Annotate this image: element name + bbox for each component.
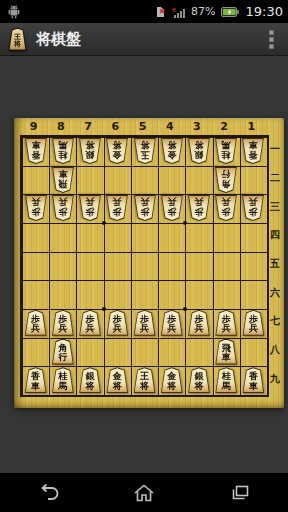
piece-gote-53[interactable]: 歩兵 bbox=[133, 195, 157, 221]
file-label-5: 5 bbox=[129, 119, 156, 134]
piece-gote-71[interactable]: 銀将 bbox=[78, 138, 102, 164]
piece-sente-77[interactable]: 歩兵 bbox=[78, 310, 102, 336]
shogi-board: 987654321 一二三四五六七八九 香車桂馬銀将金将玉将金将銀将桂馬香車飛車… bbox=[14, 118, 284, 408]
piece-sente-99[interactable]: 香車 bbox=[24, 367, 48, 393]
rank-label-7: 七 bbox=[267, 307, 283, 336]
piece-sente-97[interactable]: 歩兵 bbox=[24, 310, 48, 336]
piece-sente-37[interactable]: 歩兵 bbox=[187, 310, 211, 336]
star-point bbox=[183, 221, 187, 225]
file-label-4: 4 bbox=[156, 119, 183, 134]
rank-label-3: 三 bbox=[267, 192, 283, 221]
piece-gote-11[interactable]: 香車 bbox=[241, 138, 265, 164]
piece-sente-59[interactable]: 王将 bbox=[133, 367, 157, 393]
piece-sente-28[interactable]: 飛車 bbox=[214, 339, 238, 365]
piece-gote-51[interactable]: 玉将 bbox=[133, 138, 157, 164]
piece-gote-93[interactable]: 歩兵 bbox=[24, 195, 48, 221]
signal-strength-icon bbox=[171, 5, 186, 19]
status-clock: 19:30 bbox=[246, 4, 283, 19]
rank-label-9: 九 bbox=[267, 364, 283, 393]
file-label-6: 6 bbox=[102, 119, 129, 134]
screen: 87% 19:30 王 将 将棋盤 987654321 一二三四五六七八九 香車… bbox=[0, 0, 288, 512]
file-label-1: 1 bbox=[238, 119, 265, 134]
file-label-3: 3 bbox=[183, 119, 210, 134]
no-sim-icon bbox=[154, 5, 167, 19]
rank-label-6: 六 bbox=[267, 278, 283, 307]
recents-button[interactable] bbox=[192, 473, 288, 512]
piece-gote-22[interactable]: 角行 bbox=[214, 167, 238, 193]
piece-sente-79[interactable]: 銀将 bbox=[78, 367, 102, 393]
file-labels: 987654321 bbox=[20, 119, 265, 134]
piece-gote-21[interactable]: 桂馬 bbox=[214, 138, 238, 164]
piece-sente-89[interactable]: 桂馬 bbox=[51, 367, 75, 393]
piece-gote-91[interactable]: 香車 bbox=[24, 138, 48, 164]
star-point bbox=[102, 221, 106, 225]
piece-gote-73[interactable]: 歩兵 bbox=[78, 195, 102, 221]
piece-sente-57[interactable]: 歩兵 bbox=[133, 310, 157, 336]
back-icon bbox=[35, 481, 61, 505]
piece-gote-82[interactable]: 飛車 bbox=[51, 167, 75, 193]
piece-sente-39[interactable]: 銀将 bbox=[187, 367, 211, 393]
piece-sente-27[interactable]: 歩兵 bbox=[214, 310, 238, 336]
status-bar: 87% 19:30 bbox=[0, 0, 288, 23]
piece-sente-67[interactable]: 歩兵 bbox=[105, 310, 129, 336]
navigation-bar bbox=[0, 473, 288, 512]
star-point bbox=[102, 307, 106, 311]
piece-gote-81[interactable]: 桂馬 bbox=[51, 138, 75, 164]
app-icon-char-bottom: 将 bbox=[14, 40, 21, 48]
file-label-8: 8 bbox=[47, 119, 74, 134]
piece-gote-33[interactable]: 歩兵 bbox=[187, 195, 211, 221]
rank-label-5: 五 bbox=[267, 250, 283, 279]
piece-sente-17[interactable]: 歩兵 bbox=[241, 310, 265, 336]
piece-sente-29[interactable]: 桂馬 bbox=[214, 367, 238, 393]
piece-gote-41[interactable]: 金将 bbox=[160, 138, 184, 164]
piece-gote-61[interactable]: 金将 bbox=[105, 138, 129, 164]
home-button[interactable] bbox=[96, 473, 192, 512]
rank-label-8: 八 bbox=[267, 336, 283, 365]
pieces-layer: 香車桂馬銀将金将玉将金将銀将桂馬香車飛車角行歩兵歩兵歩兵歩兵歩兵歩兵歩兵歩兵歩兵… bbox=[22, 137, 267, 395]
piece-gote-63[interactable]: 歩兵 bbox=[105, 195, 129, 221]
battery-charging-icon bbox=[221, 6, 239, 18]
file-label-7: 7 bbox=[74, 119, 101, 134]
piece-sente-47[interactable]: 歩兵 bbox=[160, 310, 184, 336]
rank-label-4: 四 bbox=[267, 221, 283, 250]
piece-sente-49[interactable]: 金将 bbox=[160, 367, 184, 393]
back-button[interactable] bbox=[0, 473, 96, 512]
home-icon bbox=[131, 481, 157, 505]
piece-sente-87[interactable]: 歩兵 bbox=[51, 310, 75, 336]
battery-percent: 87% bbox=[191, 5, 215, 18]
piece-gote-31[interactable]: 銀将 bbox=[187, 138, 211, 164]
piece-gote-43[interactable]: 歩兵 bbox=[160, 195, 184, 221]
star-point bbox=[183, 307, 187, 311]
page-title: 将棋盤 bbox=[36, 30, 81, 49]
board-grid: 香車桂馬銀将金将玉将金将銀将桂馬香車飛車角行歩兵歩兵歩兵歩兵歩兵歩兵歩兵歩兵歩兵… bbox=[20, 135, 269, 397]
rank-label-2: 二 bbox=[267, 164, 283, 193]
title-bar: 王 将 将棋盤 bbox=[0, 23, 288, 56]
file-label-2: 2 bbox=[211, 119, 238, 134]
android-robot-icon bbox=[7, 4, 21, 19]
piece-sente-19[interactable]: 香車 bbox=[241, 367, 265, 393]
piece-sente-88[interactable]: 角行 bbox=[51, 339, 75, 365]
piece-sente-69[interactable]: 金将 bbox=[105, 367, 129, 393]
rank-labels: 一二三四五六七八九 bbox=[267, 135, 283, 393]
overflow-menu-icon[interactable] bbox=[263, 26, 280, 53]
piece-gote-83[interactable]: 歩兵 bbox=[51, 195, 75, 221]
app-icon: 王 将 bbox=[8, 28, 27, 51]
file-label-9: 9 bbox=[20, 119, 47, 134]
piece-gote-13[interactable]: 歩兵 bbox=[241, 195, 265, 221]
piece-gote-23[interactable]: 歩兵 bbox=[214, 195, 238, 221]
rank-label-1: 一 bbox=[267, 135, 283, 164]
recents-icon bbox=[227, 481, 253, 505]
